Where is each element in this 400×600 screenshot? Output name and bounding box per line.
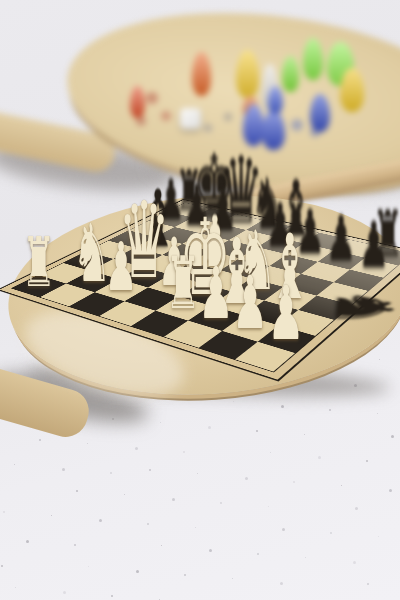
floor-speck	[63, 591, 66, 594]
ludo-print-dot	[224, 113, 232, 121]
floor-speck	[15, 587, 16, 588]
ludo-paddle-handle	[0, 107, 118, 175]
floor-speck	[112, 418, 114, 420]
floor-speck	[1, 565, 3, 567]
floor-speck	[256, 430, 258, 432]
floor-speck	[318, 456, 321, 459]
floor-speck	[293, 481, 295, 483]
ludo-peg-green[interactable]	[303, 38, 323, 80]
floor-speck	[304, 434, 305, 435]
floor-speck	[282, 528, 285, 531]
floor-speck	[88, 566, 89, 567]
floor-speck	[355, 507, 358, 510]
white-pawn[interactable]: ♟	[105, 233, 138, 300]
floor-speck	[136, 570, 139, 573]
floor-speck	[268, 506, 269, 507]
floor-speck	[377, 413, 378, 414]
floor-speck	[366, 460, 368, 462]
floor-speck	[220, 502, 222, 504]
floor-speck	[209, 549, 212, 552]
floor-speck	[62, 468, 65, 471]
floor-speck	[111, 595, 113, 597]
floor-speck	[195, 527, 196, 528]
ludo-print-dot	[204, 124, 212, 132]
floor-speck	[280, 582, 283, 585]
floor-speck	[172, 498, 175, 501]
floor-speck	[353, 561, 356, 564]
white-pawn[interactable]: ♟	[268, 276, 305, 351]
floor-speck	[3, 511, 5, 513]
floor-speck	[160, 422, 161, 423]
ludo-peg-green[interactable]	[282, 56, 299, 92]
black-pawn[interactable]: ♟	[326, 207, 357, 269]
floor-speck	[233, 401, 234, 402]
ludo-peg-yellow[interactable]	[236, 50, 259, 98]
floor-speck	[305, 557, 306, 558]
floor-speck	[147, 523, 149, 525]
floor-speck	[245, 477, 248, 480]
floor-speck	[99, 519, 102, 522]
ludo-print-dot	[291, 119, 303, 131]
floor-speck	[110, 472, 112, 474]
floor-speck	[341, 485, 342, 486]
floor-speck	[330, 532, 332, 534]
floor-speck	[14, 464, 15, 465]
white-rook[interactable]: ♜	[22, 228, 56, 297]
ludo-peg-orange[interactable]	[192, 52, 211, 96]
floor-speck	[135, 447, 138, 450]
floor-speck	[232, 578, 233, 579]
ludo-peg-blue[interactable]	[310, 94, 330, 132]
ludo-print-dot	[161, 111, 171, 121]
floor-speck	[389, 489, 392, 492]
ludo-print-dot	[146, 92, 158, 104]
floor-speck	[183, 451, 185, 453]
floor-speck	[26, 540, 29, 543]
floor-speck	[281, 405, 284, 408]
ludo-print-dot	[136, 116, 146, 126]
ludo-peg-orange[interactable]	[243, 96, 258, 118]
floor-speck	[379, 359, 380, 360]
floor-speck	[208, 426, 211, 429]
ludo-peg-blue[interactable]	[262, 110, 285, 150]
ludo-peg-yellow[interactable]	[340, 68, 364, 112]
floor-speck	[184, 574, 186, 576]
black-pawn[interactable]: ♟	[358, 214, 389, 278]
die[interactable]	[180, 108, 201, 129]
floor-speck	[161, 545, 162, 546]
floor-speck	[391, 435, 394, 438]
white-pawn[interactable]: ♟	[198, 258, 233, 330]
floor-speck	[354, 384, 357, 387]
ludo-peg-white-striped[interactable]	[262, 64, 278, 112]
floor-speck	[197, 473, 198, 474]
black-knight-fallen[interactable]: ♞	[324, 285, 400, 330]
floor-speck	[367, 583, 369, 585]
floor-speck	[51, 515, 52, 516]
ludo-peg-red[interactable]	[130, 86, 145, 118]
floor-speck	[270, 452, 271, 453]
floor-speck	[257, 553, 259, 555]
white-rook[interactable]: ♜	[165, 247, 201, 319]
floor-speck	[87, 443, 88, 444]
floor-speck	[329, 409, 331, 411]
ludo-peg-blue[interactable]	[268, 86, 283, 114]
floor-speck	[39, 439, 41, 441]
floor-speck	[149, 469, 151, 471]
ludo-print-dot	[310, 127, 320, 137]
floor-speck	[378, 536, 379, 537]
white-pawn[interactable]: ♟	[232, 266, 268, 339]
floor-speck	[124, 494, 125, 495]
ludo-peg-green[interactable]	[327, 42, 354, 86]
floor-speck	[74, 544, 76, 546]
floor-speck	[76, 490, 78, 492]
